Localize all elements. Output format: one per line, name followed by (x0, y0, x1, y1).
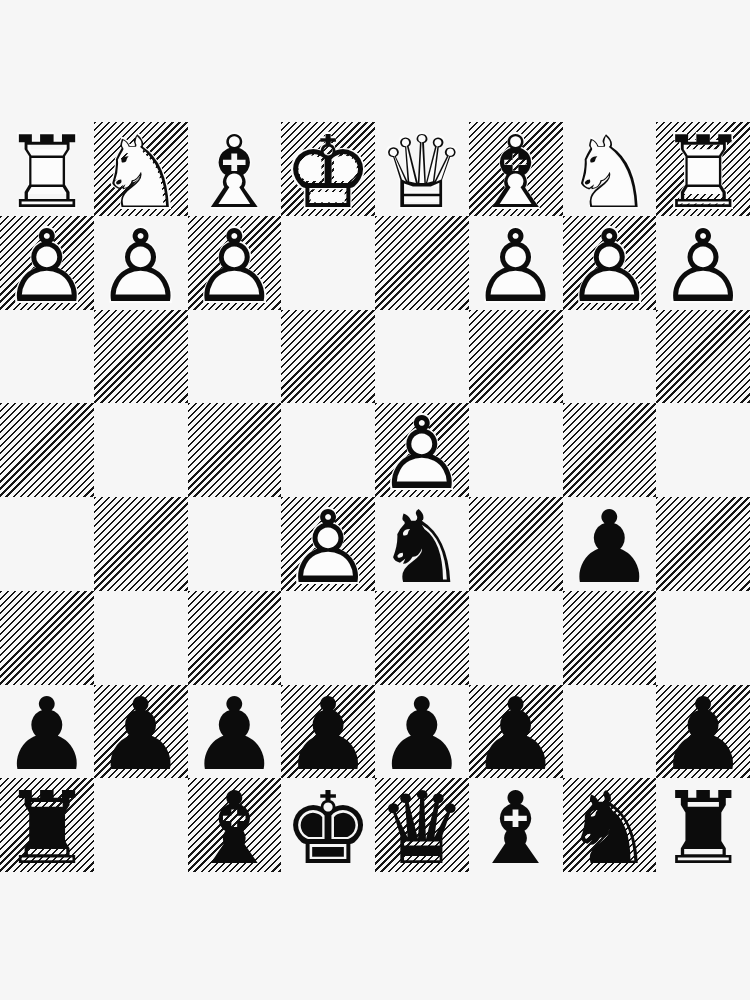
square-e8[interactable]: ♚ (281, 778, 375, 872)
square-d5[interactable]: ♞ (375, 497, 469, 591)
white-pawn-piece: ♟♙ (94, 220, 188, 314)
black-pawn-glyph: ♟ (377, 685, 467, 785)
square-f1[interactable]: ♝♗ (188, 122, 282, 216)
white-rook-glyph: ♖ (658, 123, 748, 223)
square-d8[interactable]: ♛ (375, 778, 469, 872)
square-h2[interactable]: ♟♙ (0, 216, 94, 310)
square-b4[interactable] (563, 403, 657, 497)
square-d4[interactable]: ♟♙ (375, 403, 469, 497)
square-a5[interactable] (656, 497, 750, 591)
white-piece-fill-glyph: ♜ (0, 120, 94, 226)
black-queen-piece: ♛ (375, 782, 469, 876)
square-c4[interactable] (469, 403, 563, 497)
white-pawn-glyph: ♙ (190, 217, 280, 317)
square-h3[interactable] (0, 310, 94, 404)
white-pawn-glyph: ♙ (565, 217, 655, 317)
square-e6[interactable] (281, 591, 375, 685)
black-pawn-piece: ♟ (563, 501, 657, 595)
white-piece-fill-glyph: ♟ (281, 495, 376, 601)
square-f4[interactable] (188, 403, 282, 497)
white-knight-piece: ♞♘ (563, 126, 657, 220)
square-b5[interactable]: ♟ (563, 497, 657, 591)
black-rook-glyph: ♜ (2, 779, 92, 879)
square-e4[interactable] (281, 403, 375, 497)
square-c5[interactable] (469, 497, 563, 591)
black-bishop-piece: ♝ (188, 782, 282, 876)
square-b6[interactable] (563, 591, 657, 685)
square-f2[interactable]: ♟♙ (188, 216, 282, 310)
white-pawn-glyph: ♙ (377, 404, 467, 504)
square-g5[interactable] (94, 497, 188, 591)
white-bishop-piece: ♝♗ (188, 126, 282, 220)
square-f3[interactable] (188, 310, 282, 404)
black-pawn-piece: ♟ (469, 689, 563, 783)
black-pawn-piece: ♟ (94, 689, 188, 783)
black-rook-piece: ♜ (656, 782, 750, 876)
square-g7[interactable]: ♟ (94, 685, 188, 779)
page-background: ♜♖♞♘♝♗♚♔♛♕♝♗♞♘♜♖♟♙♟♙♟♙♟♙♟♙♟♙♟♙♟♙♞♟♟♟♟♟♟♟… (0, 0, 750, 1000)
white-piece-fill-glyph: ♟ (0, 214, 94, 320)
white-pawn-glyph: ♙ (96, 217, 186, 317)
white-pawn-piece: ♟♙ (281, 501, 375, 595)
square-e2[interactable] (281, 216, 375, 310)
square-c6[interactable] (469, 591, 563, 685)
black-pawn-glyph: ♟ (283, 685, 373, 785)
black-pawn-glyph: ♟ (565, 498, 655, 598)
white-bishop-piece: ♝♗ (469, 126, 563, 220)
white-knight-glyph: ♘ (96, 123, 186, 223)
white-piece-fill-glyph: ♜ (656, 120, 750, 226)
square-g3[interactable] (94, 310, 188, 404)
square-c7[interactable]: ♟ (469, 685, 563, 779)
black-bishop-piece: ♝ (469, 782, 563, 876)
square-h8[interactable]: ♜ (0, 778, 94, 872)
white-piece-fill-glyph: ♞ (562, 120, 657, 226)
black-bishop-glyph: ♝ (471, 779, 561, 879)
black-pawn-glyph: ♟ (471, 685, 561, 785)
square-f8[interactable]: ♝ (188, 778, 282, 872)
white-piece-fill-glyph: ♟ (656, 214, 750, 320)
white-piece-fill-glyph: ♝ (468, 120, 563, 226)
black-pawn-piece: ♟ (656, 689, 750, 783)
black-queen-glyph: ♛ (377, 779, 467, 879)
white-piece-fill-glyph: ♟ (374, 401, 469, 507)
white-rook-piece: ♜♖ (0, 126, 94, 220)
black-pawn-piece: ♟ (188, 689, 282, 783)
square-a6[interactable] (656, 591, 750, 685)
black-bishop-glyph: ♝ (190, 779, 280, 879)
black-pawn-piece: ♟ (281, 689, 375, 783)
square-e1[interactable]: ♚♔ (281, 122, 375, 216)
square-e5[interactable]: ♟♙ (281, 497, 375, 591)
black-rook-piece: ♜ (0, 782, 94, 876)
square-f6[interactable] (188, 591, 282, 685)
square-h6[interactable] (0, 591, 94, 685)
white-pawn-glyph: ♙ (283, 498, 373, 598)
white-knight-piece: ♞♘ (94, 126, 188, 220)
white-pawn-piece: ♟♙ (563, 220, 657, 314)
square-f5[interactable] (188, 497, 282, 591)
white-piece-fill-glyph: ♝ (187, 120, 282, 226)
white-pawn-glyph: ♙ (471, 217, 561, 317)
square-b3[interactable] (563, 310, 657, 404)
square-g1[interactable]: ♞♘ (94, 122, 188, 216)
white-king-glyph: ♔ (283, 123, 373, 223)
square-d1[interactable]: ♛♕ (375, 122, 469, 216)
black-pawn-glyph: ♟ (658, 685, 748, 785)
white-piece-fill-glyph: ♞ (93, 120, 188, 226)
square-c2[interactable]: ♟♙ (469, 216, 563, 310)
chess-board: ♜♖♞♘♝♗♚♔♛♕♝♗♞♘♜♖♟♙♟♙♟♙♟♙♟♙♟♙♟♙♟♙♞♟♟♟♟♟♟♟… (0, 122, 750, 872)
black-pawn-glyph: ♟ (190, 685, 280, 785)
black-knight-glyph: ♞ (565, 779, 655, 879)
black-knight-piece: ♞ (375, 501, 469, 595)
black-knight-glyph: ♞ (377, 498, 467, 598)
square-h4[interactable] (0, 403, 94, 497)
black-pawn-glyph: ♟ (2, 685, 92, 785)
black-king-piece: ♚ (281, 782, 375, 876)
white-knight-glyph: ♘ (565, 123, 655, 223)
black-king-glyph: ♚ (283, 779, 373, 879)
square-d2[interactable] (375, 216, 469, 310)
white-pawn-piece: ♟♙ (0, 220, 94, 314)
square-c8[interactable]: ♝ (469, 778, 563, 872)
square-d7[interactable]: ♟ (375, 685, 469, 779)
white-pawn-glyph: ♙ (2, 217, 92, 317)
black-rook-glyph: ♜ (658, 779, 748, 879)
white-rook-piece: ♜♖ (656, 126, 750, 220)
square-d3[interactable] (375, 310, 469, 404)
square-c1[interactable]: ♝♗ (469, 122, 563, 216)
white-bishop-glyph: ♗ (190, 123, 280, 223)
white-rook-glyph: ♖ (2, 123, 92, 223)
square-b1[interactable]: ♞♘ (563, 122, 657, 216)
square-h1[interactable]: ♜♖ (0, 122, 94, 216)
square-e3[interactable] (281, 310, 375, 404)
square-h5[interactable] (0, 497, 94, 591)
white-piece-fill-glyph: ♚ (281, 120, 376, 226)
square-b8[interactable]: ♞ (563, 778, 657, 872)
square-a2[interactable]: ♟♙ (656, 216, 750, 310)
square-g8[interactable] (94, 778, 188, 872)
square-e7[interactable]: ♟ (281, 685, 375, 779)
white-pawn-piece: ♟♙ (469, 220, 563, 314)
square-g4[interactable] (94, 403, 188, 497)
black-pawn-glyph: ♟ (96, 685, 186, 785)
white-piece-fill-glyph: ♟ (93, 214, 188, 320)
white-queen-piece: ♛♕ (375, 126, 469, 220)
white-piece-fill-glyph: ♛ (374, 120, 469, 226)
black-pawn-piece: ♟ (0, 689, 94, 783)
white-piece-fill-glyph: ♟ (562, 214, 657, 320)
white-piece-fill-glyph: ♟ (187, 214, 282, 320)
white-pawn-piece: ♟♙ (188, 220, 282, 314)
square-a7[interactable]: ♟ (656, 685, 750, 779)
white-pawn-glyph: ♙ (658, 217, 748, 317)
square-a3[interactable] (656, 310, 750, 404)
square-c3[interactable] (469, 310, 563, 404)
white-pawn-piece: ♟♙ (656, 220, 750, 314)
square-h7[interactable]: ♟ (0, 685, 94, 779)
square-d6[interactable] (375, 591, 469, 685)
black-pawn-piece: ♟ (375, 689, 469, 783)
square-a4[interactable] (656, 403, 750, 497)
square-a1[interactable]: ♜♖ (656, 122, 750, 216)
square-b7[interactable] (563, 685, 657, 779)
white-queen-glyph: ♕ (377, 123, 467, 223)
white-bishop-glyph: ♗ (471, 123, 561, 223)
white-king-piece: ♚♔ (281, 126, 375, 220)
square-g2[interactable]: ♟♙ (94, 216, 188, 310)
square-b2[interactable]: ♟♙ (563, 216, 657, 310)
square-g6[interactable] (94, 591, 188, 685)
square-a8[interactable]: ♜ (656, 778, 750, 872)
square-f7[interactable]: ♟ (188, 685, 282, 779)
white-piece-fill-glyph: ♟ (468, 214, 563, 320)
white-pawn-piece: ♟♙ (375, 407, 469, 501)
black-knight-piece: ♞ (563, 782, 657, 876)
